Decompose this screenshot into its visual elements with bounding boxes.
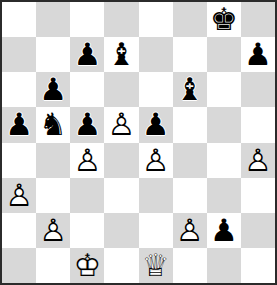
square-a2[interactable] xyxy=(2,213,36,248)
square-h8[interactable] xyxy=(241,2,275,37)
black-bishop: ♝ xyxy=(104,37,138,72)
square-b5[interactable]: ♞ xyxy=(36,107,70,142)
square-f4[interactable] xyxy=(173,143,207,178)
square-f8[interactable] xyxy=(173,2,207,37)
square-d1[interactable] xyxy=(104,248,138,283)
black-king: ♚ xyxy=(207,2,241,37)
square-b3[interactable] xyxy=(36,178,70,213)
square-f3[interactable] xyxy=(173,178,207,213)
square-b1[interactable] xyxy=(36,248,70,283)
chess-board: ♚♟♝♟♟♝♟♞♟♟♙♟♟♙♟♙♟♙♟♙♟♙♟♙♟♚♔♛♕ xyxy=(0,0,277,285)
square-d4[interactable] xyxy=(104,143,138,178)
square-d6[interactable] xyxy=(104,72,138,107)
square-c8[interactable] xyxy=(70,2,104,37)
white-pawn: ♙ xyxy=(36,213,70,248)
square-c7[interactable]: ♟ xyxy=(70,37,104,72)
white-pawn: ♙ xyxy=(173,213,207,248)
black-pawn: ♟ xyxy=(241,37,275,72)
chess-diagram: ♚♟♝♟♟♝♟♞♟♟♙♟♟♙♟♙♟♙♟♙♟♙♟♙♟♚♔♛♕ xyxy=(0,0,277,285)
square-g5[interactable] xyxy=(207,107,241,142)
square-c4[interactable]: ♟♙ xyxy=(70,143,104,178)
white-pawn: ♙ xyxy=(241,143,275,178)
square-h4[interactable]: ♟♙ xyxy=(241,143,275,178)
square-d3[interactable] xyxy=(104,178,138,213)
square-d5[interactable]: ♟♙ xyxy=(104,107,138,142)
black-bishop: ♝ xyxy=(173,72,207,107)
square-g1[interactable] xyxy=(207,248,241,283)
square-e4[interactable]: ♟♙ xyxy=(139,143,173,178)
square-h6[interactable] xyxy=(241,72,275,107)
square-d2[interactable] xyxy=(104,213,138,248)
square-a4[interactable] xyxy=(2,143,36,178)
black-pawn: ♟ xyxy=(70,37,104,72)
square-e1[interactable]: ♛♕ xyxy=(139,248,173,283)
square-a5[interactable]: ♟ xyxy=(2,107,36,142)
square-g7[interactable] xyxy=(207,37,241,72)
square-b4[interactable] xyxy=(36,143,70,178)
square-c1[interactable]: ♚♔ xyxy=(70,248,104,283)
white-pawn: ♙ xyxy=(70,143,104,178)
square-f2[interactable]: ♟♙ xyxy=(173,213,207,248)
square-e2[interactable] xyxy=(139,213,173,248)
square-a7[interactable] xyxy=(2,37,36,72)
square-b7[interactable] xyxy=(36,37,70,72)
square-h7[interactable]: ♟ xyxy=(241,37,275,72)
square-c6[interactable] xyxy=(70,72,104,107)
square-b6[interactable]: ♟ xyxy=(36,72,70,107)
white-pawn: ♙ xyxy=(104,107,138,142)
square-h1[interactable] xyxy=(241,248,275,283)
black-pawn: ♟ xyxy=(139,107,173,142)
black-pawn: ♟ xyxy=(207,213,241,248)
square-a6[interactable] xyxy=(2,72,36,107)
black-knight: ♞ xyxy=(36,107,70,142)
square-g2[interactable]: ♟ xyxy=(207,213,241,248)
black-pawn: ♟ xyxy=(2,107,36,142)
square-h3[interactable] xyxy=(241,178,275,213)
white-king: ♔ xyxy=(70,248,104,283)
square-f7[interactable] xyxy=(173,37,207,72)
square-h2[interactable] xyxy=(241,213,275,248)
white-pawn: ♙ xyxy=(139,143,173,178)
square-c5[interactable]: ♟ xyxy=(70,107,104,142)
square-e3[interactable] xyxy=(139,178,173,213)
square-a3[interactable]: ♟♙ xyxy=(2,178,36,213)
square-a1[interactable] xyxy=(2,248,36,283)
square-e5[interactable]: ♟ xyxy=(139,107,173,142)
white-queen: ♕ xyxy=(139,248,173,283)
square-e7[interactable] xyxy=(139,37,173,72)
square-c3[interactable] xyxy=(70,178,104,213)
square-g4[interactable] xyxy=(207,143,241,178)
square-f5[interactable] xyxy=(173,107,207,142)
square-e8[interactable] xyxy=(139,2,173,37)
square-d7[interactable]: ♝ xyxy=(104,37,138,72)
square-b8[interactable] xyxy=(36,2,70,37)
square-f1[interactable] xyxy=(173,248,207,283)
square-a8[interactable] xyxy=(2,2,36,37)
square-e6[interactable] xyxy=(139,72,173,107)
square-g3[interactable] xyxy=(207,178,241,213)
black-pawn: ♟ xyxy=(70,107,104,142)
black-pawn: ♟ xyxy=(36,72,70,107)
square-f6[interactable]: ♝ xyxy=(173,72,207,107)
square-g6[interactable] xyxy=(207,72,241,107)
square-c2[interactable] xyxy=(70,213,104,248)
square-d8[interactable] xyxy=(104,2,138,37)
square-g8[interactable]: ♚ xyxy=(207,2,241,37)
square-b2[interactable]: ♟♙ xyxy=(36,213,70,248)
white-pawn: ♙ xyxy=(2,178,36,213)
square-h5[interactable] xyxy=(241,107,275,142)
